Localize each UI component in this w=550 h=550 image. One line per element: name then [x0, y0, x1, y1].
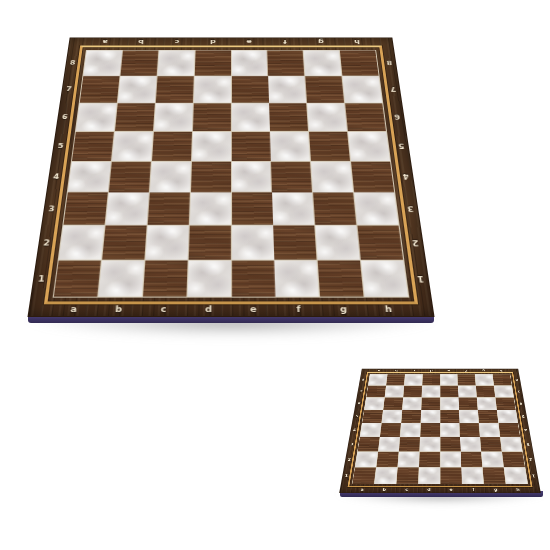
square-d2 [419, 452, 440, 467]
square-f6 [269, 103, 308, 131]
square-d1 [187, 261, 230, 297]
square-d3 [190, 193, 231, 225]
square-h7 [494, 386, 513, 398]
square-h6 [345, 103, 386, 131]
square-g5 [478, 410, 498, 423]
square-f7 [269, 76, 307, 102]
square-a7 [366, 386, 385, 398]
square-b8 [120, 50, 158, 75]
file-labels-bottom: abcdefgh [351, 487, 530, 492]
file-label: a [351, 487, 374, 492]
square-e4 [232, 161, 272, 192]
square-e2 [440, 452, 461, 467]
square-b4 [380, 423, 401, 437]
square-f4 [460, 423, 480, 437]
square-f3 [460, 437, 481, 451]
square-h3 [500, 437, 522, 451]
square-e6 [231, 103, 269, 131]
square-f2 [461, 452, 482, 467]
square-b7 [385, 386, 404, 398]
square-d6 [193, 103, 231, 131]
square-c6 [154, 103, 193, 131]
square-f1 [275, 261, 320, 297]
square-e3 [232, 193, 273, 225]
square-b7 [118, 76, 157, 102]
square-g5 [309, 132, 350, 161]
square-h4 [499, 423, 520, 437]
file-label: g [484, 487, 507, 492]
square-d7 [194, 76, 231, 102]
square-a2 [59, 226, 105, 260]
square-g8 [475, 374, 493, 385]
square-b2 [376, 452, 398, 467]
square-d8 [194, 50, 230, 75]
square-h7 [343, 76, 383, 102]
squares-grid [352, 374, 528, 484]
square-c4 [150, 161, 191, 192]
square-e5 [440, 410, 459, 423]
square-f8 [268, 50, 305, 75]
file-label: f [267, 39, 303, 46]
square-d4 [420, 423, 440, 437]
square-e5 [231, 132, 270, 161]
file-label: d [186, 303, 231, 315]
square-b4 [109, 161, 151, 192]
square-g6 [307, 103, 347, 131]
square-d5 [192, 132, 231, 161]
square-g4 [479, 423, 500, 437]
file-label: h [506, 487, 529, 492]
main-chess-board: abcdefgh abcdefgh 87654321 87654321 [27, 37, 434, 317]
file-label: h [365, 303, 411, 315]
file-label: c [395, 487, 418, 492]
square-f7 [458, 386, 476, 398]
file-label: e [440, 487, 462, 492]
square-g6 [477, 398, 496, 410]
square-a6 [364, 398, 384, 410]
square-c2 [145, 226, 188, 260]
square-e6 [440, 398, 458, 410]
square-e7 [231, 76, 268, 102]
square-d1 [418, 468, 439, 484]
file-labels-top: abcdefgh [87, 39, 376, 46]
square-a4 [68, 161, 111, 192]
square-a6 [76, 103, 117, 131]
square-b6 [383, 398, 402, 410]
square-h5 [497, 410, 518, 423]
square-f3 [272, 193, 314, 225]
file-label: h [339, 39, 376, 46]
square-g2 [316, 226, 360, 260]
square-c5 [401, 410, 421, 423]
square-f8 [458, 374, 476, 385]
square-g7 [306, 76, 345, 102]
square-e8 [440, 374, 458, 385]
square-c4 [400, 423, 420, 437]
square-a3 [358, 437, 380, 451]
square-f2 [274, 226, 317, 260]
square-e3 [440, 437, 460, 451]
square-h8 [493, 374, 512, 385]
squares-grid [53, 50, 410, 298]
square-a4 [360, 423, 381, 437]
square-b5 [112, 132, 153, 161]
square-a5 [72, 132, 114, 161]
square-d4 [191, 161, 231, 192]
square-f6 [459, 398, 478, 410]
square-g8 [304, 50, 342, 75]
square-c8 [404, 374, 422, 385]
file-label: f [276, 303, 322, 315]
square-h2 [502, 452, 525, 467]
file-label: e [231, 39, 267, 46]
file-label: b [123, 39, 160, 46]
square-a5 [362, 410, 383, 423]
square-g1 [318, 261, 364, 297]
square-c7 [403, 386, 421, 398]
file-label: c [159, 39, 195, 46]
square-b3 [378, 437, 399, 451]
square-d2 [188, 226, 230, 260]
square-h1 [361, 261, 408, 297]
square-e7 [440, 386, 458, 398]
file-label: e [231, 303, 276, 315]
square-e2 [232, 226, 274, 260]
square-f1 [462, 468, 484, 484]
file-label: d [195, 39, 231, 46]
square-d5 [421, 410, 440, 423]
square-c1 [143, 261, 188, 297]
product-photo: abcdefgh abcdefgh 87654321 87654321 abcd… [0, 0, 550, 550]
square-g3 [480, 437, 501, 451]
square-e4 [440, 423, 460, 437]
square-e1 [232, 261, 275, 297]
square-c3 [147, 193, 189, 225]
square-e1 [440, 468, 461, 484]
square-a8 [83, 50, 122, 75]
square-c2 [398, 452, 419, 467]
square-g4 [311, 161, 353, 192]
square-h6 [496, 398, 516, 410]
square-g1 [483, 468, 506, 484]
file-label: g [303, 39, 340, 46]
square-b1 [374, 468, 397, 484]
square-a8 [368, 374, 387, 385]
file-label: d [418, 487, 440, 492]
square-g7 [476, 386, 495, 398]
square-f5 [270, 132, 310, 161]
square-d3 [420, 437, 440, 451]
square-h3 [354, 193, 398, 225]
square-a7 [80, 76, 120, 102]
file-label: c [141, 303, 187, 315]
square-c3 [399, 437, 420, 451]
square-h8 [340, 50, 379, 75]
square-b1 [98, 261, 144, 297]
square-b6 [115, 103, 155, 131]
square-a2 [355, 452, 378, 467]
file-label: a [50, 303, 96, 315]
file-label: a [87, 39, 124, 46]
square-h1 [504, 468, 527, 484]
square-b5 [382, 410, 402, 423]
thumbnail-chess-board[interactable]: abcdefgh abcdefgh 87654321 87654321 [339, 369, 541, 493]
square-a3 [63, 193, 107, 225]
square-f4 [271, 161, 312, 192]
square-f5 [459, 410, 479, 423]
square-c6 [402, 398, 421, 410]
square-b3 [105, 193, 148, 225]
file-label: b [373, 487, 396, 492]
square-b8 [386, 374, 404, 385]
square-b2 [102, 226, 146, 260]
square-c1 [396, 468, 418, 484]
square-e8 [231, 50, 267, 75]
square-c7 [156, 76, 194, 102]
square-a1 [352, 468, 375, 484]
square-c5 [152, 132, 192, 161]
file-label: b [95, 303, 141, 315]
square-d6 [421, 398, 439, 410]
square-h4 [351, 161, 394, 192]
file-label: f [462, 487, 485, 492]
square-g2 [482, 452, 504, 467]
square-d8 [422, 374, 440, 385]
square-h2 [358, 226, 404, 260]
square-g3 [313, 193, 356, 225]
file-label: g [321, 303, 367, 315]
square-c8 [157, 50, 194, 75]
square-d7 [422, 386, 440, 398]
file-labels-bottom: abcdefgh [50, 303, 411, 315]
square-a1 [54, 261, 101, 297]
square-h5 [348, 132, 390, 161]
